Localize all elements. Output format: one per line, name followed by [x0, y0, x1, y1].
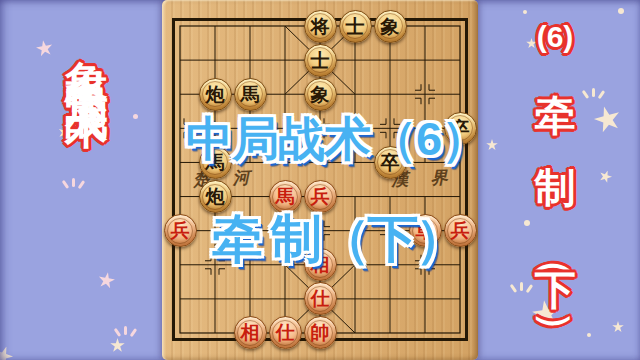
- star-icon: [612, 321, 624, 333]
- dot-icon: [523, 10, 527, 14]
- title-overlay-line2: 牵 制（下）: [212, 205, 463, 274]
- star-icon: [35, 39, 55, 59]
- star-icon: [597, 168, 614, 185]
- sparkle-icon: [584, 88, 604, 100]
- piece-red-仕[interactable]: 仕: [304, 282, 337, 315]
- video-thumbnail: 楚 河 漢 界 将士象士炮馬象卒馬卒炮馬兵兵車兵相仕相仕帥 中局战术（6） 牵 …: [0, 0, 640, 360]
- xiangqi-board: 楚 河 漢 界 将士象士炮馬象卒馬卒炮馬兵兵車兵相仕相仕帥: [162, 0, 478, 360]
- star-icon: [97, 271, 117, 291]
- star-icon: [57, 125, 73, 141]
- piece-red-相[interactable]: 相: [234, 316, 267, 349]
- star-icon: [591, 103, 624, 136]
- star-icon: [486, 139, 498, 151]
- piece-black-象[interactable]: 象: [304, 78, 337, 111]
- dot-icon: [587, 333, 591, 337]
- right-banner-item: 牵: [525, 88, 585, 143]
- piece-black-炮[interactable]: 炮: [199, 78, 232, 111]
- piece-red-兵[interactable]: 兵: [164, 214, 197, 247]
- piece-black-象[interactable]: 象: [374, 10, 407, 43]
- sparkle-icon: [64, 178, 84, 190]
- star-icon: [110, 338, 125, 353]
- dot-icon: [524, 220, 530, 226]
- dot-icon: [133, 114, 138, 119]
- sparkle-icon: [116, 326, 136, 338]
- piece-black-士[interactable]: 士: [339, 10, 372, 43]
- left-vertical-banner: 象棋中局战术: [63, 26, 110, 80]
- star-icon: [0, 343, 16, 360]
- right-banner-item: (6): [525, 20, 585, 54]
- piece-black-将[interactable]: 将: [304, 10, 337, 43]
- piece-black-馬[interactable]: 馬: [234, 78, 267, 111]
- title-overlay-line1: 中局战术（6）: [186, 108, 487, 171]
- right-banner-item: 制: [525, 161, 585, 216]
- piece-red-帥[interactable]: 帥: [304, 316, 337, 349]
- right-banner-item: ）: [530, 301, 581, 360]
- piece-black-士[interactable]: 士: [304, 44, 337, 77]
- piece-red-仕[interactable]: 仕: [269, 316, 302, 349]
- dot-icon: [618, 8, 624, 14]
